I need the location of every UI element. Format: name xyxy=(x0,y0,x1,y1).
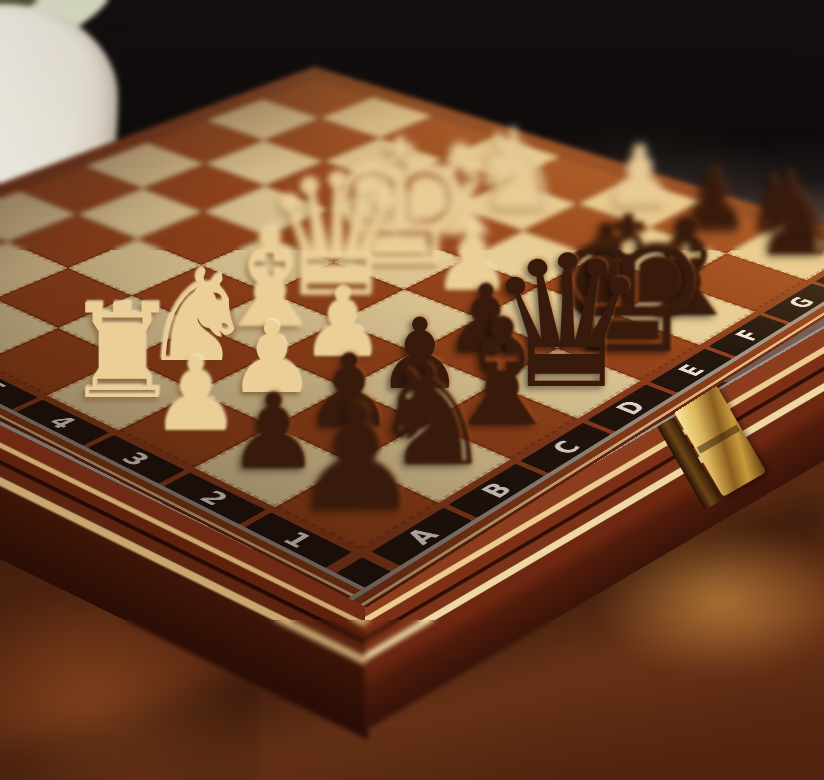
scene: 12345678 ABCDEFGH ♟♞♟♝♞♚♟♟♛♝♝♚♟♟♞♛♟♟♜♝♟♟… xyxy=(0,0,824,780)
dark-pawn-a1[interactable]: ♟ xyxy=(292,386,422,531)
dark-knight-h1[interactable]: ♞ xyxy=(739,157,824,273)
